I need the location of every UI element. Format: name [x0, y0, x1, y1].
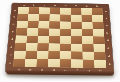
square-f1[interactable] — [71, 59, 83, 67]
square-h3[interactable] — [93, 44, 105, 52]
square-a4[interactable] — [15, 35, 27, 43]
square-h5[interactable] — [93, 29, 104, 36]
square-e2[interactable] — [60, 51, 71, 59]
square-d1[interactable] — [48, 59, 60, 67]
square-d3[interactable] — [48, 43, 59, 51]
square-h4[interactable] — [93, 36, 105, 44]
square-b5[interactable] — [27, 28, 38, 35]
square-f3[interactable] — [71, 44, 82, 52]
rank-label-4: 4 — [104, 37, 112, 45]
square-f4[interactable] — [71, 36, 82, 44]
rank-label-6: 6 — [103, 22, 110, 29]
rank-label-2: 2 — [105, 52, 113, 60]
square-c1[interactable] — [36, 59, 48, 67]
square-g2[interactable] — [82, 52, 94, 60]
rank-label-3: 3 — [105, 44, 113, 52]
square-e1[interactable] — [60, 59, 72, 67]
rank-label-5: 5 — [104, 29, 111, 36]
square-g1[interactable] — [83, 60, 95, 68]
square-c5[interactable] — [38, 28, 49, 35]
square-a1[interactable] — [13, 59, 25, 67]
square-g3[interactable] — [82, 44, 94, 52]
square-a3[interactable] — [15, 43, 27, 51]
chessboard-photo: abcdefgh abcdefgh 87654321 87654321 — [0, 0, 120, 82]
square-e5[interactable] — [60, 29, 71, 36]
square-d2[interactable] — [48, 51, 60, 59]
square-b4[interactable] — [26, 36, 38, 44]
square-c4[interactable] — [38, 36, 49, 44]
square-a2[interactable] — [14, 51, 26, 59]
square-c3[interactable] — [37, 43, 49, 51]
rank-label-1: 1 — [106, 60, 114, 68]
square-b3[interactable] — [26, 43, 38, 51]
square-f5[interactable] — [71, 29, 82, 36]
square-b1[interactable] — [25, 59, 37, 67]
board-grid — [13, 7, 106, 68]
square-e3[interactable] — [60, 44, 71, 52]
square-h1[interactable] — [94, 60, 106, 68]
square-d5[interactable] — [49, 29, 60, 36]
square-f2[interactable] — [71, 51, 83, 59]
square-a5[interactable] — [16, 28, 28, 35]
square-d4[interactable] — [49, 36, 60, 44]
square-h2[interactable] — [94, 52, 106, 60]
square-c2[interactable] — [37, 51, 49, 59]
square-b2[interactable] — [25, 51, 37, 59]
square-g4[interactable] — [82, 36, 93, 44]
chess-board: abcdefgh abcdefgh 87654321 87654321 — [5, 3, 114, 73]
square-e4[interactable] — [60, 36, 71, 44]
square-g5[interactable] — [82, 29, 93, 36]
